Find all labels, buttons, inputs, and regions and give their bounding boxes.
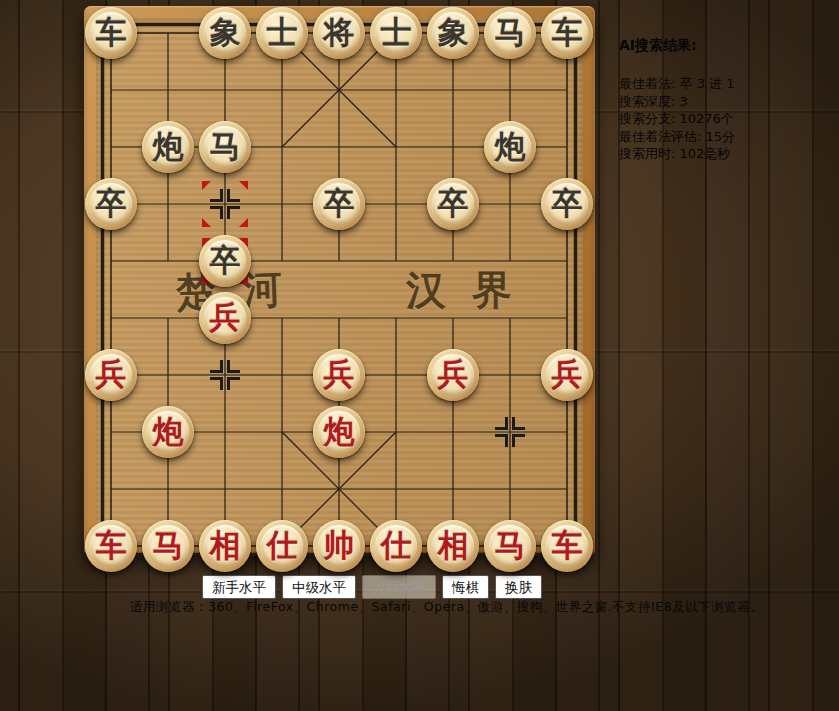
piece-face: 卒: [204, 240, 246, 282]
change-skin-button[interactable]: 换肤: [495, 575, 542, 599]
piece-face: 士: [375, 12, 417, 54]
piece-character: 炮: [153, 411, 184, 453]
river-label-right: 汉界: [406, 266, 538, 314]
piece-character: 炮: [324, 411, 355, 453]
previous-square-marker: [210, 360, 240, 390]
piece-character: 卒: [324, 183, 355, 225]
piece-face: 车: [90, 525, 132, 567]
piece-character: 兵: [210, 297, 241, 339]
piece-black-士-f5r0[interactable]: 士: [370, 7, 422, 59]
novice-level-button[interactable]: 新手水平: [202, 575, 276, 599]
piece-face: 仕: [261, 525, 303, 567]
piece-character: 车: [552, 525, 583, 567]
piece-character: 车: [96, 525, 127, 567]
piece-red-帅-f4r9[interactable]: 帅: [313, 520, 365, 572]
ai-panel-title: AI搜索结果:: [619, 37, 829, 55]
ai-result-line: 搜索分支: 10276个: [619, 110, 829, 128]
piece-character: 马: [153, 525, 184, 567]
piece-black-卒-f8r3[interactable]: 卒: [541, 178, 593, 230]
piece-face: 卒: [90, 183, 132, 225]
piece-black-卒-f2r4[interactable]: 卒: [199, 235, 251, 287]
ai-panel-lines: 最佳着法: 卒 3 进 1搜索深度: 3搜索分支: 10276个最佳着法评估: …: [619, 75, 829, 163]
piece-character: 车: [552, 12, 583, 54]
piece-face: 车: [90, 12, 132, 54]
ai-result-line: 最佳着法评估: 15分: [619, 128, 829, 146]
piece-character: 兵: [324, 354, 355, 396]
piece-character: 士: [381, 12, 412, 54]
piece-face: 仕: [375, 525, 417, 567]
piece-black-象-f2r0[interactable]: 象: [199, 7, 251, 59]
piece-face: 马: [489, 525, 531, 567]
piece-face: 兵: [546, 354, 588, 396]
piece-black-象-f6r0[interactable]: 象: [427, 7, 479, 59]
piece-character: 兵: [438, 354, 469, 396]
piece-red-兵-f0r6[interactable]: 兵: [85, 349, 137, 401]
previous-square-marker: [495, 417, 525, 447]
piece-black-士-f3r0[interactable]: 士: [256, 7, 308, 59]
piece-character: 象: [210, 12, 241, 54]
piece-red-马-f7r9[interactable]: 马: [484, 520, 536, 572]
piece-character: 仕: [381, 525, 412, 567]
piece-face: 相: [204, 525, 246, 567]
piece-black-炮-f7r2[interactable]: 炮: [484, 121, 536, 173]
piece-character: 仕: [267, 525, 298, 567]
piece-red-车-f8r9[interactable]: 车: [541, 520, 593, 572]
xiangqi-board[interactable]: 楚河 汉界 车象士将士象马车炮马炮卒卒卒卒卒兵兵兵兵兵炮炮车马相仕帅仕相马车: [84, 6, 595, 556]
piece-character: 卒: [210, 240, 241, 282]
piece-character: 兵: [96, 354, 127, 396]
piece-face: 兵: [90, 354, 132, 396]
piece-face: 卒: [318, 183, 360, 225]
piece-character: 马: [495, 12, 526, 54]
piece-character: 帅: [324, 525, 355, 567]
browser-support-note: 适用浏览器：360、FireFox、Chrome、Safari、Opera、傲游…: [130, 599, 763, 616]
piece-black-卒-f6r3[interactable]: 卒: [427, 178, 479, 230]
piece-face: 车: [546, 525, 588, 567]
piece-face: 士: [261, 12, 303, 54]
ai-result-line: 最佳着法: 卒 3 进 1: [619, 75, 829, 93]
ai-result-line: 搜索深度: 3: [619, 93, 829, 111]
piece-character: 象: [438, 12, 469, 54]
master-level-button: 大师水平: [362, 575, 436, 599]
piece-character: 将: [324, 12, 355, 54]
piece-black-炮-f1r2[interactable]: 炮: [142, 121, 194, 173]
piece-character: 卒: [438, 183, 469, 225]
piece-face: 将: [318, 12, 360, 54]
piece-face: 炮: [147, 411, 189, 453]
piece-red-兵-f4r6[interactable]: 兵: [313, 349, 365, 401]
ai-search-result-panel: AI搜索结果: 最佳着法: 卒 3 进 1搜索深度: 3搜索分支: 10276个…: [619, 37, 829, 163]
piece-face: 马: [204, 126, 246, 168]
piece-face: 车: [546, 12, 588, 54]
piece-face: 马: [489, 12, 531, 54]
piece-character: 马: [495, 525, 526, 567]
piece-character: 车: [96, 12, 127, 54]
piece-black-卒-f0r3[interactable]: 卒: [85, 178, 137, 230]
piece-character: 卒: [96, 183, 127, 225]
piece-face: 马: [147, 525, 189, 567]
piece-character: 士: [267, 12, 298, 54]
piece-face: 兵: [432, 354, 474, 396]
piece-black-马-f2r2[interactable]: 马: [199, 121, 251, 173]
piece-face: 相: [432, 525, 474, 567]
ai-result-line: 搜索用时: 102毫秒: [619, 145, 829, 163]
piece-face: 象: [432, 12, 474, 54]
piece-red-仕-f5r9[interactable]: 仕: [370, 520, 422, 572]
piece-face: 兵: [204, 297, 246, 339]
undo-move-button[interactable]: 悔棋: [442, 575, 489, 599]
last-move-corner-marker: [202, 181, 248, 227]
piece-character: 炮: [153, 126, 184, 168]
piece-red-兵-f2r5[interactable]: 兵: [199, 292, 251, 344]
piece-black-将-f4r0[interactable]: 将: [313, 7, 365, 59]
piece-black-车-f8r0[interactable]: 车: [541, 7, 593, 59]
piece-red-炮-f4r7[interactable]: 炮: [313, 406, 365, 458]
piece-red-仕-f3r9[interactable]: 仕: [256, 520, 308, 572]
piece-red-马-f1r9[interactable]: 马: [142, 520, 194, 572]
piece-face: 炮: [318, 411, 360, 453]
piece-character: 相: [210, 525, 241, 567]
piece-face: 卒: [546, 183, 588, 225]
piece-red-炮-f1r7[interactable]: 炮: [142, 406, 194, 458]
piece-red-兵-f6r6[interactable]: 兵: [427, 349, 479, 401]
piece-red-兵-f8r6[interactable]: 兵: [541, 349, 593, 401]
piece-face: 卒: [432, 183, 474, 225]
piece-character: 兵: [552, 354, 583, 396]
piece-face: 象: [204, 12, 246, 54]
piece-face: 帅: [318, 525, 360, 567]
piece-black-车-f0r0[interactable]: 车: [85, 7, 137, 59]
piece-face: 兵: [318, 354, 360, 396]
piece-face: 炮: [489, 126, 531, 168]
piece-character: 马: [210, 126, 241, 168]
piece-red-相-f2r9[interactable]: 相: [199, 520, 251, 572]
piece-face: 炮: [147, 126, 189, 168]
piece-red-相-f6r9[interactable]: 相: [427, 520, 479, 572]
piece-character: 炮: [495, 126, 526, 168]
piece-character: 相: [438, 525, 469, 567]
piece-black-卒-f4r3[interactable]: 卒: [313, 178, 365, 230]
intermediate-level-button[interactable]: 中级水平: [282, 575, 356, 599]
piece-red-车-f0r9[interactable]: 车: [85, 520, 137, 572]
game-controls: 新手水平中级水平大师水平悔棋换肤: [202, 575, 542, 599]
piece-black-马-f7r0[interactable]: 马: [484, 7, 536, 59]
page-background: 楚河 汉界 车象士将士象马车炮马炮卒卒卒卒卒兵兵兵兵兵炮炮车马相仕帅仕相马车 A…: [0, 0, 839, 711]
piece-character: 卒: [552, 183, 583, 225]
